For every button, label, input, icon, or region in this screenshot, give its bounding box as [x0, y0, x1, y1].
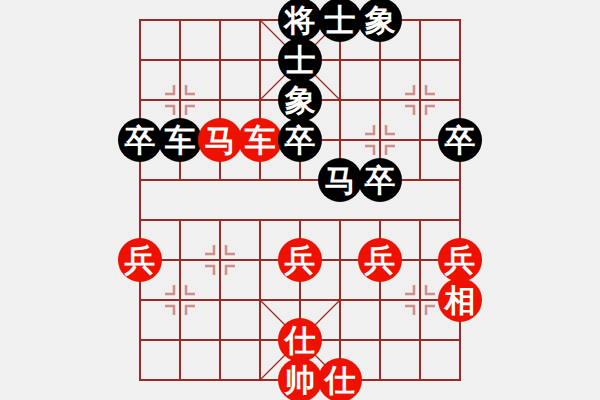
piece-red-general[interactable]: 帅 [278, 358, 322, 400]
piece-red-soldier[interactable]: 兵 [278, 238, 322, 282]
piece-red-advisor[interactable]: 仕 [318, 358, 362, 400]
piece-black-advisor[interactable]: 士 [318, 0, 362, 42]
piece-red-elephant[interactable]: 相 [438, 278, 482, 322]
board-intersections: 将士象士象卒车马车卒卒马卒兵兵兵兵相仕帅仕 [120, 0, 480, 400]
piece-black-soldier[interactable]: 卒 [358, 158, 402, 202]
piece-red-soldier[interactable]: 兵 [118, 238, 162, 282]
piece-red-soldier[interactable]: 兵 [358, 238, 402, 282]
piece-red-advisor[interactable]: 仕 [278, 318, 322, 362]
piece-black-chariot[interactable]: 车 [158, 118, 202, 162]
piece-black-soldier[interactable]: 卒 [438, 118, 482, 162]
piece-black-elephant[interactable]: 象 [278, 78, 322, 122]
piece-black-advisor[interactable]: 士 [278, 38, 322, 82]
piece-black-soldier[interactable]: 卒 [118, 118, 162, 162]
piece-black-general[interactable]: 将 [278, 0, 322, 42]
piece-red-chariot[interactable]: 车 [238, 118, 282, 162]
piece-red-horse[interactable]: 马 [198, 118, 242, 162]
piece-black-horse[interactable]: 马 [318, 158, 362, 202]
piece-black-soldier[interactable]: 卒 [278, 118, 322, 162]
xiangqi-board: 将士象士象卒车马车卒卒马卒兵兵兵兵相仕帅仕 [0, 0, 600, 400]
piece-red-soldier[interactable]: 兵 [438, 238, 482, 282]
piece-black-elephant[interactable]: 象 [358, 0, 402, 42]
screen: { "game": "xiangqi", "board": {"columns"… [0, 0, 600, 400]
